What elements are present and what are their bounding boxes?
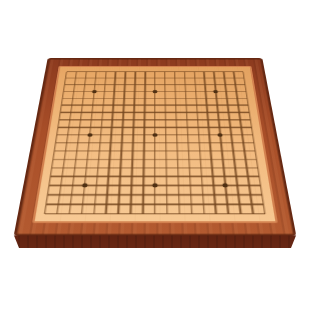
grid-line-horizontal <box>48 194 263 195</box>
grid-line-horizontal <box>45 213 265 214</box>
star-point-hoshi <box>92 90 97 93</box>
star-point-hoshi <box>152 183 157 187</box>
grid-line-horizontal <box>54 150 255 151</box>
grid-line-horizontal <box>46 204 263 205</box>
board-grid <box>45 72 265 214</box>
star-point-hoshi <box>223 183 229 187</box>
grid-line-horizontal <box>52 167 258 168</box>
grid-line-horizontal <box>56 142 255 143</box>
star-point-hoshi <box>152 133 157 137</box>
star-point-hoshi <box>218 133 223 137</box>
star-point-hoshi <box>213 90 218 93</box>
grid-line-horizontal <box>51 176 260 177</box>
go-board <box>14 58 297 236</box>
product-photo <box>0 0 310 310</box>
star-point-hoshi <box>153 90 158 93</box>
board-surface <box>32 66 278 223</box>
star-point-hoshi <box>87 133 92 137</box>
star-point-hoshi <box>82 183 88 187</box>
board-frame <box>14 58 297 236</box>
grid-line-horizontal <box>53 159 257 160</box>
